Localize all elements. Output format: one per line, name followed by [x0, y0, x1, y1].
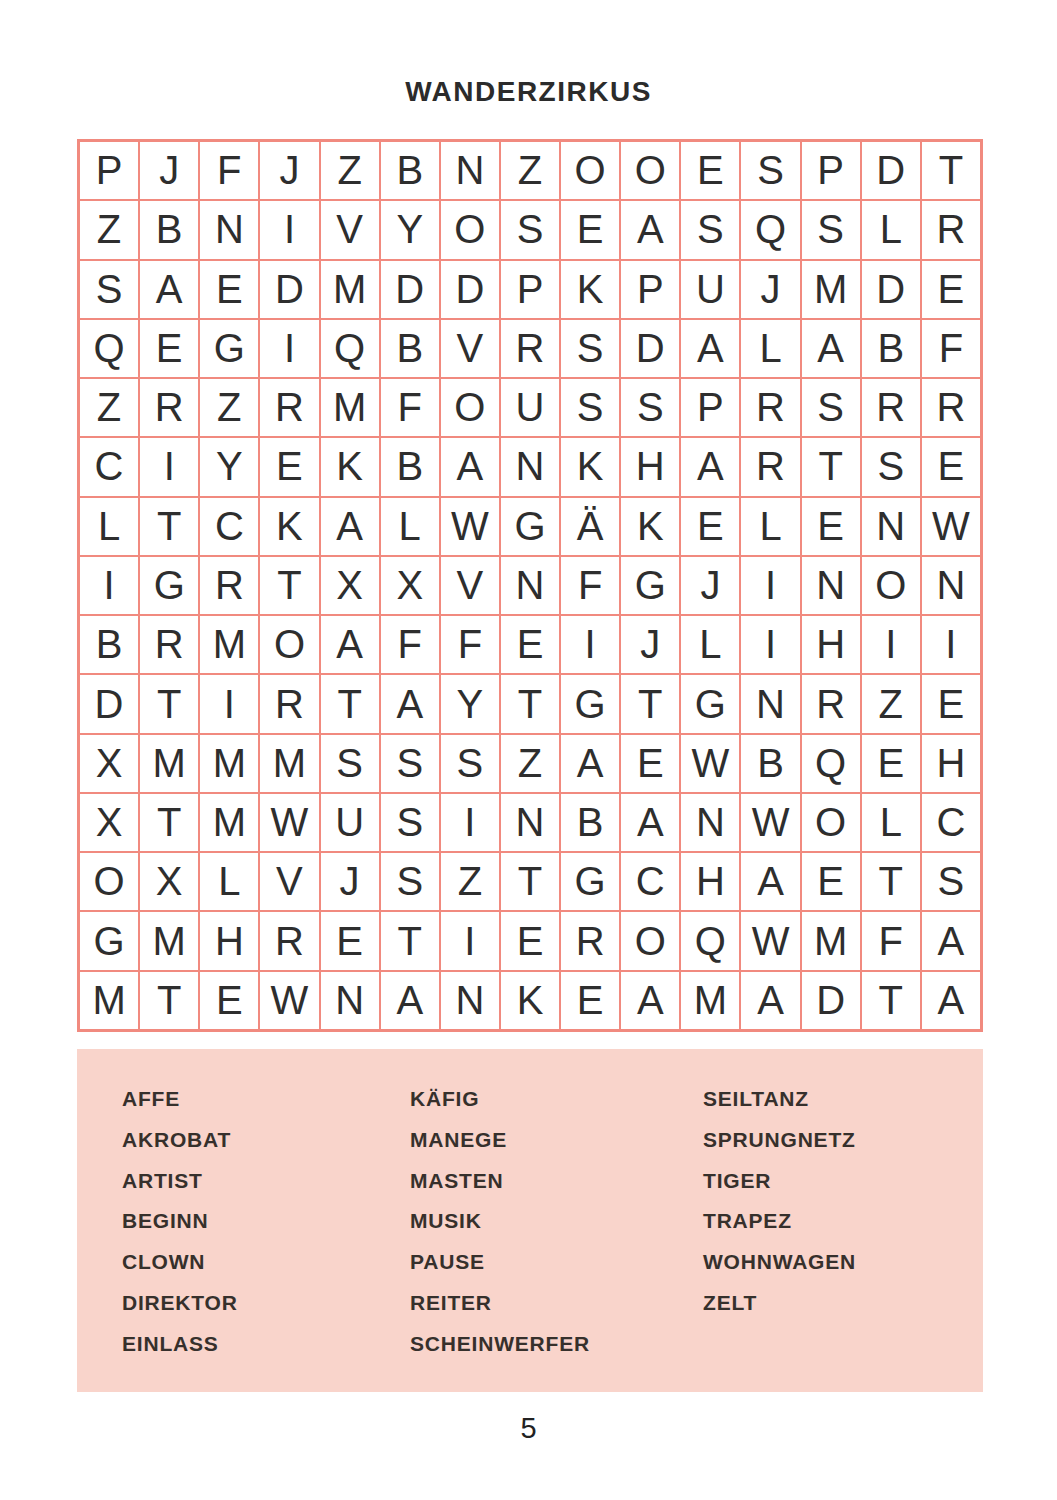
grid-cell-r4c1[interactable]: Q [80, 320, 138, 377]
grid-cell-r4c6[interactable]: B [381, 320, 439, 377]
grid-cell-r3c12[interactable]: J [741, 261, 799, 318]
grid-cell-r14c1[interactable]: G [80, 912, 138, 969]
grid-cell-r15c3[interactable]: E [200, 972, 258, 1029]
grid-cell-r3c6[interactable]: D [381, 261, 439, 318]
grid-cell-r6c14[interactable]: S [862, 438, 920, 495]
grid-cell-r7c2[interactable]: T [140, 498, 198, 555]
grid-cell-r2c3[interactable]: N [200, 201, 258, 258]
word-list-item: TIGER [703, 1161, 856, 1202]
grid-cell-r5c3[interactable]: Z [200, 379, 258, 436]
grid-cell-r15c10[interactable]: A [621, 972, 679, 1029]
grid-cell-r6c3[interactable]: Y [200, 438, 258, 495]
grid-cell-r8c8[interactable]: N [501, 557, 559, 614]
grid-cell-r5c5[interactable]: M [321, 379, 379, 436]
word-list-item: AKROBAT [122, 1120, 238, 1161]
grid-cell-r9c3[interactable]: M [200, 616, 258, 673]
grid-cell-r10c14[interactable]: Z [862, 675, 920, 732]
grid-cell-r10c8[interactable]: T [501, 675, 559, 732]
grid-cell-r15c7[interactable]: N [441, 972, 499, 1029]
grid-cell-r9c13[interactable]: H [802, 616, 860, 673]
grid-cell-r15c14[interactable]: T [862, 972, 920, 1029]
grid-cell-r9c5[interactable]: A [321, 616, 379, 673]
word-list-item: TRAPEZ [703, 1201, 856, 1242]
grid-cell-r3c7[interactable]: D [441, 261, 499, 318]
grid-cell-r10c12[interactable]: N [741, 675, 799, 732]
grid-cell-r13c11[interactable]: H [681, 853, 739, 910]
word-list-item: SPRUNGNETZ [703, 1120, 856, 1161]
grid-cell-r14c4[interactable]: R [260, 912, 318, 969]
grid-cell-r4c4[interactable]: I [260, 320, 318, 377]
grid-cell-r2c7[interactable]: O [441, 201, 499, 258]
grid-cell-r6c11[interactable]: A [681, 438, 739, 495]
grid-cell-r5c13[interactable]: S [802, 379, 860, 436]
grid-cell-r11c9[interactable]: A [561, 735, 619, 792]
grid-cell-r1c5[interactable]: Z [321, 142, 379, 199]
grid-cell-r6c15[interactable]: E [922, 438, 980, 495]
grid-cell-r12c4[interactable]: W [260, 794, 318, 851]
word-list-item: PAUSE [410, 1242, 590, 1283]
grid-cell-r1c1[interactable]: P [80, 142, 138, 199]
grid-cell-r9c14[interactable]: I [862, 616, 920, 673]
grid-cell-r10c5[interactable]: T [321, 675, 379, 732]
grid-cell-r11c12[interactable]: B [741, 735, 799, 792]
grid-cell-r4c14[interactable]: B [862, 320, 920, 377]
grid-cell-r10c6[interactable]: A [381, 675, 439, 732]
grid-cell-r12c9[interactable]: B [561, 794, 619, 851]
grid-cell-r15c2[interactable]: T [140, 972, 198, 1029]
word-list-item: SEILTANZ [703, 1079, 856, 1120]
grid-cell-r7c4[interactable]: K [260, 498, 318, 555]
grid-cell-r9c15[interactable]: I [922, 616, 980, 673]
grid-cell-r10c13[interactable]: R [802, 675, 860, 732]
word-list-item: BEGINN [122, 1201, 238, 1242]
word-list-item: DIREKTOR [122, 1283, 238, 1324]
grid-cell-r13c6[interactable]: S [381, 853, 439, 910]
word-list-item: WOHNWAGEN [703, 1242, 856, 1283]
grid-cell-r8c3[interactable]: R [200, 557, 258, 614]
grid-cell-r14c13[interactable]: M [802, 912, 860, 969]
grid-cell-r12c10[interactable]: A [621, 794, 679, 851]
grid-cell-r5c14[interactable]: R [862, 379, 920, 436]
grid-cell-r4c7[interactable]: V [441, 320, 499, 377]
grid-cell-r9c6[interactable]: F [381, 616, 439, 673]
grid-cell-r6c13[interactable]: T [802, 438, 860, 495]
grid-cell-r8c7[interactable]: V [441, 557, 499, 614]
grid-cell-r3c15[interactable]: E [922, 261, 980, 318]
grid-cell-r7c11[interactable]: E [681, 498, 739, 555]
word-search-grid: PJFJZBNZOOESPDTZBNIVYOSEASQSLRSAEDMDDPKP… [77, 139, 983, 1032]
grid-cell-r11c7[interactable]: S [441, 735, 499, 792]
grid-cell-r11c1[interactable]: X [80, 735, 138, 792]
grid-cell-r8c1[interactable]: I [80, 557, 138, 614]
grid-cell-r1c2[interactable]: J [140, 142, 198, 199]
grid-cell-r11c10[interactable]: E [621, 735, 679, 792]
grid-cell-r11c4[interactable]: M [260, 735, 318, 792]
grid-cell-r6c4[interactable]: E [260, 438, 318, 495]
grid-cell-r12c14[interactable]: L [862, 794, 920, 851]
grid-cell-r7c7[interactable]: W [441, 498, 499, 555]
grid-cell-r1c10[interactable]: O [621, 142, 679, 199]
grid-cell-r3c11[interactable]: U [681, 261, 739, 318]
grid-cell-r7c1[interactable]: L [80, 498, 138, 555]
grid-cell-r8c6[interactable]: X [381, 557, 439, 614]
grid-cell-r3c4[interactable]: D [260, 261, 318, 318]
grid-cell-r8c9[interactable]: F [561, 557, 619, 614]
grid-cell-r7c15[interactable]: W [922, 498, 980, 555]
grid-cell-r3c8[interactable]: P [501, 261, 559, 318]
grid-cell-r3c2[interactable]: A [140, 261, 198, 318]
grid-cell-r4c12[interactable]: L [741, 320, 799, 377]
grid-cell-r9c9[interactable]: I [561, 616, 619, 673]
word-list-column-2: KÄFIGMANEGEMASTENMUSIKPAUSEREITERSCHEINW… [410, 1079, 590, 1365]
grid-cell-r12c5[interactable]: U [321, 794, 379, 851]
grid-cell-r7c12[interactable]: L [741, 498, 799, 555]
grid-cell-r10c9[interactable]: G [561, 675, 619, 732]
grid-cell-r14c2[interactable]: M [140, 912, 198, 969]
grid-cell-r10c15[interactable]: E [922, 675, 980, 732]
grid-cell-r5c12[interactable]: R [741, 379, 799, 436]
grid-cell-r1c8[interactable]: Z [501, 142, 559, 199]
grid-cell-r7c13[interactable]: E [802, 498, 860, 555]
grid-cell-r5c6[interactable]: F [381, 379, 439, 436]
grid-cell-r9c7[interactable]: F [441, 616, 499, 673]
grid-cell-r4c15[interactable]: F [922, 320, 980, 377]
grid-cell-r5c4[interactable]: R [260, 379, 318, 436]
grid-cell-r9c10[interactable]: J [621, 616, 679, 673]
grid-cell-r5c10[interactable]: S [621, 379, 679, 436]
word-list-item: AFFE [122, 1079, 238, 1120]
grid-cell-r8c14[interactable]: O [862, 557, 920, 614]
grid-cell-r4c3[interactable]: G [200, 320, 258, 377]
puzzle-page: WANDERZIRKUS PJFJZBNZOOESPDTZBNIVYOSEASQ… [0, 0, 1057, 1500]
word-list-item: ZELT [703, 1283, 856, 1324]
grid-cell-r7c3[interactable]: C [200, 498, 258, 555]
word-list-item: CLOWN [122, 1242, 238, 1283]
grid-cell-r6c1[interactable]: C [80, 438, 138, 495]
grid-cell-r15c5[interactable]: N [321, 972, 379, 1029]
grid-cell-r2c13[interactable]: S [802, 201, 860, 258]
grid-cell-r6c12[interactable]: R [741, 438, 799, 495]
grid-cell-r13c12[interactable]: A [741, 853, 799, 910]
grid-cell-r3c1[interactable]: S [80, 261, 138, 318]
word-list-column-3: SEILTANZSPRUNGNETZTIGERTRAPEZWOHNWAGENZE… [703, 1079, 856, 1324]
grid-cell-r5c8[interactable]: U [501, 379, 559, 436]
grid-cell-r14c3[interactable]: H [200, 912, 258, 969]
grid-cell-r15c8[interactable]: K [501, 972, 559, 1029]
grid-cell-r15c11[interactable]: M [681, 972, 739, 1029]
grid-cell-r2c10[interactable]: A [621, 201, 679, 258]
grid-cell-r1c7[interactable]: N [441, 142, 499, 199]
grid-cell-r13c3[interactable]: L [200, 853, 258, 910]
grid-cell-r12c8[interactable]: N [501, 794, 559, 851]
grid-cell-r10c2[interactable]: T [140, 675, 198, 732]
grid-cell-r12c11[interactable]: N [681, 794, 739, 851]
grid-cell-r5c1[interactable]: Z [80, 379, 138, 436]
grid-cell-r14c5[interactable]: E [321, 912, 379, 969]
word-list-item: KÄFIG [410, 1079, 590, 1120]
grid-cell-r6c9[interactable]: K [561, 438, 619, 495]
word-list-item: MANEGE [410, 1120, 590, 1161]
grid-cell-r5c9[interactable]: S [561, 379, 619, 436]
grid-cell-r4c10[interactable]: D [621, 320, 679, 377]
grid-cell-r15c13[interactable]: D [802, 972, 860, 1029]
grid-cell-r3c9[interactable]: K [561, 261, 619, 318]
grid-cell-r7c8[interactable]: G [501, 498, 559, 555]
grid-cell-r13c5[interactable]: J [321, 853, 379, 910]
grid-cell-r6c8[interactable]: N [501, 438, 559, 495]
grid-cell-r11c14[interactable]: E [862, 735, 920, 792]
grid-cell-r8c11[interactable]: J [681, 557, 739, 614]
grid-cell-r4c13[interactable]: A [802, 320, 860, 377]
word-list-item: EINLASS [122, 1324, 238, 1365]
grid-cell-r11c5[interactable]: S [321, 735, 379, 792]
grid-cell-r7c9[interactable]: Ä [561, 498, 619, 555]
grid-cell-r2c4[interactable]: I [260, 201, 318, 258]
page-number: 5 [0, 1412, 1057, 1445]
grid-cell-r12c15[interactable]: C [922, 794, 980, 851]
grid-cell-r14c7[interactable]: I [441, 912, 499, 969]
grid-cell-r13c10[interactable]: C [621, 853, 679, 910]
grid-cell-r7c5[interactable]: A [321, 498, 379, 555]
grid-cell-r1c4[interactable]: J [260, 142, 318, 199]
grid-cell-r12c3[interactable]: M [200, 794, 258, 851]
grid-cell-r9c2[interactable]: R [140, 616, 198, 673]
grid-cell-r2c15[interactable]: R [922, 201, 980, 258]
grid-cell-r14c6[interactable]: T [381, 912, 439, 969]
grid-cell-r13c8[interactable]: T [501, 853, 559, 910]
grid-cell-r1c14[interactable]: D [862, 142, 920, 199]
grid-cell-r2c11[interactable]: S [681, 201, 739, 258]
grid-cell-r1c11[interactable]: E [681, 142, 739, 199]
grid-cell-r1c13[interactable]: P [802, 142, 860, 199]
grid-cell-r13c15[interactable]: S [922, 853, 980, 910]
grid-cell-r14c11[interactable]: Q [681, 912, 739, 969]
grid-cell-r14c15[interactable]: A [922, 912, 980, 969]
grid-cell-r3c5[interactable]: M [321, 261, 379, 318]
grid-cell-r6c7[interactable]: A [441, 438, 499, 495]
grid-cell-r10c7[interactable]: Y [441, 675, 499, 732]
grid-cell-r7c14[interactable]: N [862, 498, 920, 555]
grid-cell-r13c2[interactable]: X [140, 853, 198, 910]
grid-cell-r15c9[interactable]: E [561, 972, 619, 1029]
grid-cell-r8c5[interactable]: X [321, 557, 379, 614]
grid-cell-r6c5[interactable]: K [321, 438, 379, 495]
word-list-item: ARTIST [122, 1161, 238, 1202]
word-list-item: REITER [410, 1283, 590, 1324]
grid-cell-r8c12[interactable]: I [741, 557, 799, 614]
grid-cell-r11c8[interactable]: Z [501, 735, 559, 792]
grid-cell-r13c13[interactable]: E [802, 853, 860, 910]
grid-cell-r11c11[interactable]: W [681, 735, 739, 792]
grid-cell-r1c15[interactable]: T [922, 142, 980, 199]
grid-cell-r2c9[interactable]: E [561, 201, 619, 258]
word-list-item: MASTEN [410, 1161, 590, 1202]
grid-cell-r3c13[interactable]: M [802, 261, 860, 318]
grid-cell-r7c6[interactable]: L [381, 498, 439, 555]
grid-cell-r13c7[interactable]: Z [441, 853, 499, 910]
grid-cell-r14c10[interactable]: O [621, 912, 679, 969]
grid-cell-r1c3[interactable]: F [200, 142, 258, 199]
grid-cell-r4c11[interactable]: A [681, 320, 739, 377]
grid-cell-r4c2[interactable]: E [140, 320, 198, 377]
grid-cell-r2c6[interactable]: Y [381, 201, 439, 258]
grid-cell-r12c13[interactable]: O [802, 794, 860, 851]
grid-cell-r2c1[interactable]: Z [80, 201, 138, 258]
grid-cell-r5c15[interactable]: R [922, 379, 980, 436]
grid-cell-r10c3[interactable]: I [200, 675, 258, 732]
grid-cell-r12c1[interactable]: X [80, 794, 138, 851]
grid-cell-r13c9[interactable]: G [561, 853, 619, 910]
word-list-box: AFFEAKROBATARTISTBEGINNCLOWNDIREKTOREINL… [77, 1049, 983, 1392]
grid-cell-r6c10[interactable]: H [621, 438, 679, 495]
grid-cell-r15c1[interactable]: M [80, 972, 138, 1029]
grid-cell-r6c6[interactable]: B [381, 438, 439, 495]
grid-cell-r1c6[interactable]: B [381, 142, 439, 199]
grid-cell-r2c14[interactable]: L [862, 201, 920, 258]
grid-cell-r2c8[interactable]: S [501, 201, 559, 258]
grid-cell-r12c6[interactable]: S [381, 794, 439, 851]
grid-cell-r13c14[interactable]: T [862, 853, 920, 910]
grid-cell-r8c10[interactable]: G [621, 557, 679, 614]
grid-cell-r13c1[interactable]: O [80, 853, 138, 910]
grid-cell-r5c7[interactable]: O [441, 379, 499, 436]
grid-cell-r11c3[interactable]: M [200, 735, 258, 792]
grid-cell-r4c9[interactable]: S [561, 320, 619, 377]
grid-cell-r15c4[interactable]: W [260, 972, 318, 1029]
grid-cell-r8c4[interactable]: T [260, 557, 318, 614]
grid-cell-r8c15[interactable]: N [922, 557, 980, 614]
grid-cell-r2c5[interactable]: V [321, 201, 379, 258]
grid-cell-r4c8[interactable]: R [501, 320, 559, 377]
grid-cell-r8c13[interactable]: N [802, 557, 860, 614]
grid-cell-r14c9[interactable]: R [561, 912, 619, 969]
grid-cell-r9c1[interactable]: B [80, 616, 138, 673]
grid-cell-r9c4[interactable]: O [260, 616, 318, 673]
puzzle-title: WANDERZIRKUS [0, 76, 1057, 108]
grid-cell-r3c10[interactable]: P [621, 261, 679, 318]
grid-cell-r14c14[interactable]: F [862, 912, 920, 969]
grid-cell-r11c6[interactable]: S [381, 735, 439, 792]
grid-cell-r5c11[interactable]: P [681, 379, 739, 436]
grid-cell-r15c6[interactable]: A [381, 972, 439, 1029]
grid-cell-r1c9[interactable]: O [561, 142, 619, 199]
grid-cell-r10c11[interactable]: G [681, 675, 739, 732]
grid-cell-r15c15[interactable]: A [922, 972, 980, 1029]
grid-cell-r12c2[interactable]: T [140, 794, 198, 851]
grid-cell-r13c4[interactable]: V [260, 853, 318, 910]
grid-cell-r10c1[interactable]: D [80, 675, 138, 732]
grid-cell-r2c12[interactable]: Q [741, 201, 799, 258]
grid-cell-r3c14[interactable]: D [862, 261, 920, 318]
grid-cell-r12c7[interactable]: I [441, 794, 499, 851]
grid-cell-r15c12[interactable]: A [741, 972, 799, 1029]
grid-cell-r11c2[interactable]: M [140, 735, 198, 792]
grid-cell-r11c13[interactable]: Q [802, 735, 860, 792]
grid-cell-r4c5[interactable]: Q [321, 320, 379, 377]
grid-cell-r9c8[interactable]: E [501, 616, 559, 673]
grid-cell-r14c12[interactable]: W [741, 912, 799, 969]
grid-cell-r2c2[interactable]: B [140, 201, 198, 258]
grid-cell-r5c2[interactable]: R [140, 379, 198, 436]
word-list-item: SCHEINWERFER [410, 1324, 590, 1365]
grid-cell-r10c10[interactable]: T [621, 675, 679, 732]
word-list-column-1: AFFEAKROBATARTISTBEGINNCLOWNDIREKTOREINL… [122, 1079, 238, 1365]
grid-cell-r10c4[interactable]: R [260, 675, 318, 732]
grid-cell-r11c15[interactable]: H [922, 735, 980, 792]
grid-cell-r1c12[interactable]: S [741, 142, 799, 199]
grid-cell-r14c8[interactable]: E [501, 912, 559, 969]
grid-cell-r12c12[interactable]: W [741, 794, 799, 851]
grid-cell-r6c2[interactable]: I [140, 438, 198, 495]
grid-cell-r9c12[interactable]: I [741, 616, 799, 673]
grid-cell-r8c2[interactable]: G [140, 557, 198, 614]
grid-cell-r9c11[interactable]: L [681, 616, 739, 673]
word-list-item: MUSIK [410, 1201, 590, 1242]
grid-cell-r3c3[interactable]: E [200, 261, 258, 318]
grid-cell-r7c10[interactable]: K [621, 498, 679, 555]
